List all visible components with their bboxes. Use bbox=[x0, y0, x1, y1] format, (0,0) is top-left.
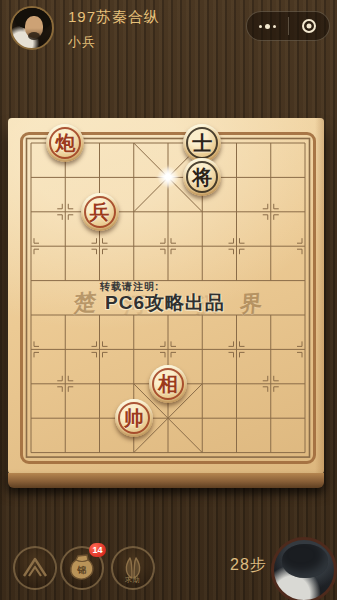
opponent-hair bbox=[282, 544, 328, 578]
watermark-line2: PC6攻略出品 bbox=[105, 290, 225, 316]
opponent-avatar[interactable] bbox=[271, 537, 337, 600]
river-char-chu: 楚 bbox=[73, 287, 97, 318]
level-title: 197苏秦合纵 bbox=[68, 8, 160, 27]
piece-char: 炮 bbox=[55, 133, 75, 153]
money-pouch-icon: 锦 bbox=[66, 552, 98, 584]
board-edge bbox=[8, 473, 324, 488]
piece-char: 相 bbox=[158, 374, 178, 394]
close-button[interactable] bbox=[289, 12, 330, 40]
close-icon bbox=[302, 19, 316, 33]
svg-text:锦: 锦 bbox=[77, 565, 87, 575]
more-icon bbox=[259, 24, 276, 29]
player-avatar[interactable] bbox=[10, 6, 54, 50]
titlebar: 197苏秦合纵 小兵 bbox=[0, 0, 337, 56]
level-difficulty: 小兵 bbox=[68, 33, 160, 51]
hint-count-badge: 14 bbox=[89, 543, 106, 557]
help-label: 求助 bbox=[113, 575, 153, 585]
piece-char: 帅 bbox=[124, 408, 144, 428]
piece-char: 将 bbox=[192, 167, 212, 187]
avatar-beard bbox=[28, 32, 40, 40]
piece-red-cannon[interactable]: 炮 bbox=[46, 124, 84, 162]
app-window: 197苏秦合纵 小兵 楚 河 汉 界 转载请注明: PC6攻略出品 炮士将兵相帅 bbox=[0, 0, 337, 600]
toolbar: 锦 14 求助 28步 bbox=[0, 535, 337, 600]
help-button[interactable]: 求助 bbox=[111, 546, 155, 590]
wechat-capsule bbox=[246, 11, 330, 41]
river-char-jie: 界 bbox=[239, 288, 263, 319]
piece-black-advisor[interactable]: 士 bbox=[183, 124, 221, 162]
piece-red-elephant[interactable]: 相 bbox=[149, 365, 187, 403]
collapse-button[interactable] bbox=[13, 546, 57, 590]
piece-char: 士 bbox=[192, 133, 212, 153]
chevron-mountain-icon bbox=[20, 553, 50, 583]
piece-red-soldier[interactable]: 兵 bbox=[81, 193, 119, 231]
level-info: 197苏秦合纵 小兵 bbox=[68, 8, 160, 51]
more-button[interactable] bbox=[247, 12, 288, 40]
move-counter: 28步 bbox=[230, 555, 267, 576]
xiangqi-board[interactable]: 楚 河 汉 界 转载请注明: PC6攻略出品 炮士将兵相帅 bbox=[8, 118, 324, 474]
piece-red-general[interactable]: 帅 bbox=[115, 399, 153, 437]
piece-char: 兵 bbox=[90, 202, 110, 222]
hint-bag-button[interactable]: 锦 14 bbox=[60, 546, 104, 590]
